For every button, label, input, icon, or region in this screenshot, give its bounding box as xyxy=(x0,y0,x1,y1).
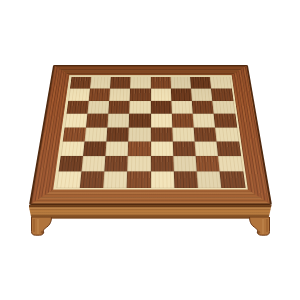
square-h4[interactable] xyxy=(215,127,239,141)
square-b5[interactable] xyxy=(85,114,108,128)
square-f3[interactable] xyxy=(172,141,195,156)
square-c8[interactable] xyxy=(110,77,131,89)
square-c5[interactable] xyxy=(107,114,129,128)
square-c3[interactable] xyxy=(105,141,128,156)
square-f5[interactable] xyxy=(171,114,193,128)
board-frame-top xyxy=(53,66,248,75)
square-c4[interactable] xyxy=(106,127,129,141)
square-e7[interactable] xyxy=(150,88,171,100)
board-frame-bottom xyxy=(31,190,270,204)
square-a7[interactable] xyxy=(67,88,89,100)
square-b1[interactable] xyxy=(79,172,104,188)
square-f2[interactable] xyxy=(173,156,197,171)
square-h7[interactable] xyxy=(211,88,233,100)
bracket-foot-right xyxy=(248,217,271,236)
square-f6[interactable] xyxy=(171,101,193,114)
square-e6[interactable] xyxy=(150,101,171,114)
square-g5[interactable] xyxy=(192,114,215,128)
square-d8[interactable] xyxy=(130,77,150,89)
square-g4[interactable] xyxy=(193,127,216,141)
square-d1[interactable] xyxy=(126,172,150,188)
square-b4[interactable] xyxy=(84,127,107,141)
square-b6[interactable] xyxy=(87,101,109,114)
square-d7[interactable] xyxy=(129,88,150,100)
board-grid xyxy=(55,77,244,188)
square-g6[interactable] xyxy=(191,101,213,114)
square-b2[interactable] xyxy=(81,156,105,171)
square-g1[interactable] xyxy=(196,172,221,188)
square-d5[interactable] xyxy=(128,114,150,128)
chessboard xyxy=(29,65,272,205)
square-f4[interactable] xyxy=(172,127,195,141)
square-g3[interactable] xyxy=(194,141,218,156)
square-e1[interactable] xyxy=(150,172,174,188)
square-h6[interactable] xyxy=(212,101,234,114)
square-d6[interactable] xyxy=(129,101,150,114)
square-a5[interactable] xyxy=(64,114,87,128)
bracket-foot-left xyxy=(30,217,53,236)
square-h8[interactable] xyxy=(209,77,230,89)
board-apron xyxy=(29,205,272,219)
square-a2[interactable] xyxy=(58,156,83,171)
square-c7[interactable] xyxy=(109,88,130,100)
square-c6[interactable] xyxy=(108,101,130,114)
square-c2[interactable] xyxy=(104,156,128,171)
square-e8[interactable] xyxy=(150,77,170,89)
square-h1[interactable] xyxy=(219,172,244,188)
maple-inlay-border xyxy=(53,75,248,189)
square-g8[interactable] xyxy=(190,77,211,89)
square-a6[interactable] xyxy=(66,101,88,114)
square-b3[interactable] xyxy=(82,141,106,156)
square-b8[interactable] xyxy=(89,77,110,89)
square-h5[interactable] xyxy=(213,114,236,128)
square-e3[interactable] xyxy=(150,141,173,156)
square-e5[interactable] xyxy=(150,114,172,128)
square-a4[interactable] xyxy=(62,127,86,141)
square-f8[interactable] xyxy=(170,77,191,89)
square-a1[interactable] xyxy=(55,172,80,188)
square-a8[interactable] xyxy=(69,77,90,89)
square-e2[interactable] xyxy=(150,156,173,171)
square-c1[interactable] xyxy=(103,172,127,188)
square-e4[interactable] xyxy=(150,127,172,141)
square-g7[interactable] xyxy=(190,88,212,100)
square-b7[interactable] xyxy=(88,88,110,100)
product-photo xyxy=(0,0,300,300)
square-f7[interactable] xyxy=(170,88,191,100)
square-a3[interactable] xyxy=(60,141,84,156)
square-h3[interactable] xyxy=(216,141,240,156)
square-g2[interactable] xyxy=(195,156,219,171)
square-d4[interactable] xyxy=(128,127,150,141)
square-h2[interactable] xyxy=(218,156,243,171)
square-f1[interactable] xyxy=(173,172,197,188)
square-d3[interactable] xyxy=(127,141,150,156)
square-d2[interactable] xyxy=(127,156,150,171)
